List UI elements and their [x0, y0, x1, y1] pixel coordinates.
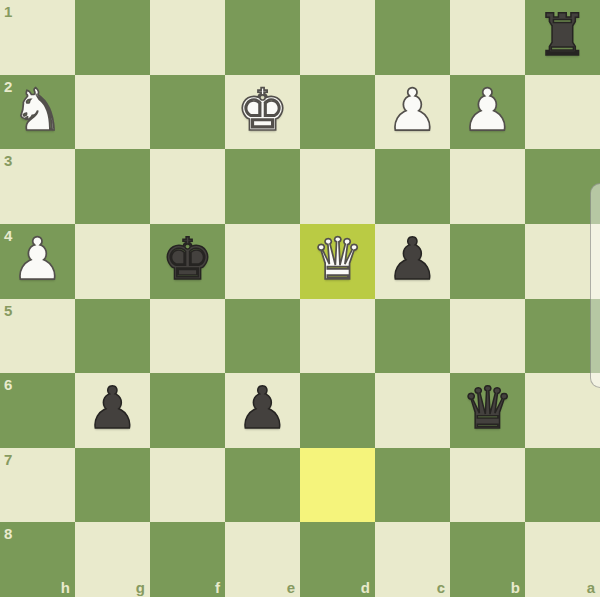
square-f2[interactable] [150, 75, 225, 150]
white-pawn-h4[interactable]: ♟ [12, 230, 64, 288]
square-f3[interactable] [150, 149, 225, 224]
square-h1[interactable]: 1 [0, 0, 75, 75]
white-pawn-c2[interactable]: ♟ [387, 81, 439, 139]
rank-label-1: 1 [4, 4, 12, 19]
square-e6[interactable]: ♟ [225, 373, 300, 448]
square-e5[interactable] [225, 299, 300, 374]
square-d1[interactable] [300, 0, 375, 75]
file-label-c: c [437, 580, 445, 595]
file-label-d: d [361, 580, 370, 595]
square-g1[interactable] [75, 0, 150, 75]
chess-app-screen: 1♜2♞♚♟♟34♟♚♛♟56♟♟♛78hgfedcba [0, 0, 600, 597]
square-h2[interactable]: 2♞ [0, 75, 75, 150]
square-a4[interactable] [525, 224, 600, 299]
square-d7[interactable] [300, 448, 375, 523]
square-f8[interactable]: f [150, 522, 225, 597]
black-pawn-e6[interactable]: ♟ [237, 379, 289, 437]
square-f1[interactable] [150, 0, 225, 75]
square-g7[interactable] [75, 448, 150, 523]
square-c7[interactable] [375, 448, 450, 523]
square-b4[interactable] [450, 224, 525, 299]
file-label-g: g [136, 580, 145, 595]
square-g5[interactable] [75, 299, 150, 374]
file-label-h: h [61, 580, 70, 595]
square-a6[interactable] [525, 373, 600, 448]
square-e3[interactable] [225, 149, 300, 224]
white-queen-d4[interactable]: ♛ [312, 230, 364, 288]
square-b1[interactable] [450, 0, 525, 75]
black-pawn-g6[interactable]: ♟ [87, 379, 139, 437]
square-c3[interactable] [375, 149, 450, 224]
square-e7[interactable] [225, 448, 300, 523]
square-a3[interactable] [525, 149, 600, 224]
black-king-f4[interactable]: ♚ [162, 230, 214, 288]
square-h5[interactable]: 5 [0, 299, 75, 374]
black-queen-b6[interactable]: ♛ [462, 379, 514, 437]
square-b5[interactable] [450, 299, 525, 374]
square-c6[interactable] [375, 373, 450, 448]
square-b6[interactable]: ♛ [450, 373, 525, 448]
square-e1[interactable] [225, 0, 300, 75]
square-g2[interactable] [75, 75, 150, 150]
white-king-e2[interactable]: ♚ [237, 81, 289, 139]
square-c1[interactable] [375, 0, 450, 75]
rank-label-3: 3 [4, 153, 12, 168]
black-pawn-c4[interactable]: ♟ [387, 230, 439, 288]
edge-panel-handle[interactable] [590, 183, 600, 388]
black-rook-a1[interactable]: ♜ [537, 6, 589, 64]
file-label-e: e [287, 580, 295, 595]
square-a2[interactable] [525, 75, 600, 150]
square-a5[interactable] [525, 299, 600, 374]
square-f6[interactable] [150, 373, 225, 448]
square-g3[interactable] [75, 149, 150, 224]
white-knight-h2[interactable]: ♞ [12, 81, 64, 139]
square-f4[interactable]: ♚ [150, 224, 225, 299]
square-e4[interactable] [225, 224, 300, 299]
square-c4[interactable]: ♟ [375, 224, 450, 299]
square-d8[interactable]: d [300, 522, 375, 597]
rank-label-8: 8 [4, 526, 12, 541]
rank-label-7: 7 [4, 452, 12, 467]
square-h7[interactable]: 7 [0, 448, 75, 523]
rank-label-6: 6 [4, 377, 12, 392]
square-e2[interactable]: ♚ [225, 75, 300, 150]
square-d6[interactable] [300, 373, 375, 448]
square-h4[interactable]: 4♟ [0, 224, 75, 299]
square-a7[interactable] [525, 448, 600, 523]
square-h3[interactable]: 3 [0, 149, 75, 224]
square-b7[interactable] [450, 448, 525, 523]
square-g4[interactable] [75, 224, 150, 299]
rank-label-5: 5 [4, 303, 12, 318]
chess-board: 1♜2♞♚♟♟34♟♚♛♟56♟♟♛78hgfedcba [0, 0, 600, 597]
square-h6[interactable]: 6 [0, 373, 75, 448]
square-f7[interactable] [150, 448, 225, 523]
file-label-a: a [587, 580, 595, 595]
square-a8[interactable]: a [525, 522, 600, 597]
square-g6[interactable]: ♟ [75, 373, 150, 448]
square-c5[interactable] [375, 299, 450, 374]
square-h8[interactable]: 8h [0, 522, 75, 597]
square-b3[interactable] [450, 149, 525, 224]
square-d3[interactable] [300, 149, 375, 224]
square-c8[interactable]: c [375, 522, 450, 597]
square-d4[interactable]: ♛ [300, 224, 375, 299]
square-a1[interactable]: ♜ [525, 0, 600, 75]
square-b2[interactable]: ♟ [450, 75, 525, 150]
square-b8[interactable]: b [450, 522, 525, 597]
file-label-f: f [215, 580, 220, 595]
square-d2[interactable] [300, 75, 375, 150]
square-e8[interactable]: e [225, 522, 300, 597]
square-d5[interactable] [300, 299, 375, 374]
file-label-b: b [511, 580, 520, 595]
square-f5[interactable] [150, 299, 225, 374]
square-g8[interactable]: g [75, 522, 150, 597]
white-pawn-b2[interactable]: ♟ [462, 81, 514, 139]
square-c2[interactable]: ♟ [375, 75, 450, 150]
